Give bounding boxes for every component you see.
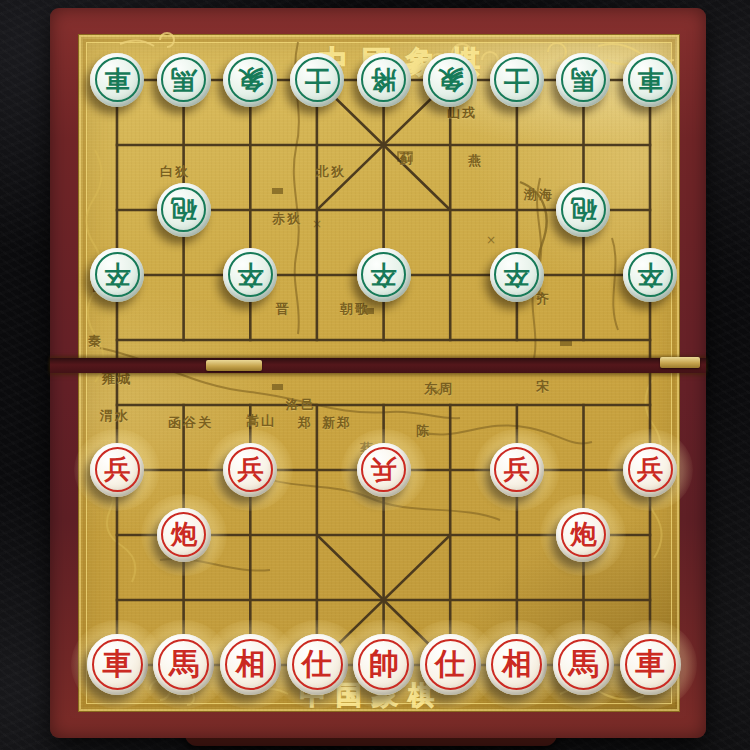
piece-face: 士 <box>494 57 539 102</box>
piece-red-相[interactable]: 相 <box>486 634 547 695</box>
piece-green-車[interactable]: 車 <box>623 53 677 107</box>
piece-face: 象 <box>228 57 273 102</box>
piece-glyph: 車 <box>104 68 130 94</box>
piece-red-炮[interactable]: 炮 <box>157 508 211 562</box>
piece-green-士[interactable]: 士 <box>490 53 544 107</box>
piece-glyph: 馬 <box>169 649 199 679</box>
piece-face: 炮 <box>561 512 606 557</box>
piece-face: 炮 <box>161 512 206 557</box>
piece-glyph: 士 <box>304 68 330 94</box>
piece-red-仕[interactable]: 仕 <box>287 634 348 695</box>
piece-red-仕[interactable]: 仕 <box>420 634 481 695</box>
piece-glyph: 仕 <box>302 649 332 679</box>
piece-face: 將 <box>361 57 406 102</box>
piece-face: 車 <box>625 639 676 690</box>
piece-glyph: 相 <box>502 649 532 679</box>
piece-glyph: 炮 <box>171 521 197 547</box>
piece-red-兵[interactable]: 兵 <box>357 443 411 497</box>
piece-face: 車 <box>95 57 140 102</box>
piece-glyph: 帥 <box>369 649 399 679</box>
piece-red-兵[interactable]: 兵 <box>223 443 277 497</box>
piece-face: 馬 <box>558 639 609 690</box>
piece-glyph: 卒 <box>371 263 397 289</box>
piece-face: 卒 <box>494 252 539 297</box>
piece-red-炮[interactable]: 炮 <box>556 508 610 562</box>
piece-face: 象 <box>428 57 473 102</box>
piece-face: 卒 <box>95 252 140 297</box>
piece-glyph: 卒 <box>104 263 130 289</box>
piece-glyph: 士 <box>504 68 530 94</box>
piece-face: 帥 <box>358 639 409 690</box>
piece-glyph: 兵 <box>637 456 663 482</box>
piece-red-兵[interactable]: 兵 <box>90 443 144 497</box>
piece-green-車[interactable]: 車 <box>90 53 144 107</box>
piece-green-馬[interactable]: 馬 <box>157 53 211 107</box>
piece-face: 兵 <box>628 447 673 492</box>
piece-green-卒[interactable]: 卒 <box>357 248 411 302</box>
piece-red-車[interactable]: 車 <box>620 634 681 695</box>
piece-red-馬[interactable]: 馬 <box>153 634 214 695</box>
piece-face: 馬 <box>158 639 209 690</box>
piece-glyph: 兵 <box>371 458 397 484</box>
piece-green-馬[interactable]: 馬 <box>556 53 610 107</box>
piece-glyph: 兵 <box>104 456 130 482</box>
piece-glyph: 砲 <box>570 198 596 224</box>
piece-glyph: 砲 <box>171 198 197 224</box>
piece-face: 仕 <box>292 639 343 690</box>
piece-face: 卒 <box>628 252 673 297</box>
piece-glyph: 馬 <box>570 68 596 94</box>
piece-glyph: 兵 <box>237 456 263 482</box>
piece-face: 兵 <box>95 447 140 492</box>
piece-glyph: 馬 <box>568 649 598 679</box>
piece-glyph: 兵 <box>504 456 530 482</box>
piece-face: 砲 <box>561 187 606 232</box>
piece-red-兵[interactable]: 兵 <box>490 443 544 497</box>
piece-face: 兵 <box>228 447 273 492</box>
piece-glyph: 車 <box>102 649 132 679</box>
piece-glyph: 卒 <box>504 263 530 289</box>
piece-red-車[interactable]: 車 <box>87 634 148 695</box>
piece-glyph: 仕 <box>435 649 465 679</box>
piece-face: 砲 <box>161 187 206 232</box>
piece-face: 馬 <box>561 57 606 102</box>
piece-face: 卒 <box>361 252 406 297</box>
piece-red-相[interactable]: 相 <box>220 634 281 695</box>
piece-glyph: 將 <box>371 68 397 94</box>
piece-glyph: 卒 <box>637 263 663 289</box>
piece-face: 車 <box>92 639 143 690</box>
piece-glyph: 象 <box>437 68 463 94</box>
piece-face: 仕 <box>425 639 476 690</box>
piece-green-砲[interactable]: 砲 <box>157 183 211 237</box>
piece-glyph: 卒 <box>237 263 263 289</box>
piece-face: 兵 <box>494 447 539 492</box>
piece-glyph: 車 <box>635 649 665 679</box>
piece-face: 相 <box>491 639 542 690</box>
piece-face: 兵 <box>361 447 406 492</box>
piece-face: 車 <box>628 57 673 102</box>
piece-green-象[interactable]: 象 <box>223 53 277 107</box>
piece-green-卒[interactable]: 卒 <box>490 248 544 302</box>
piece-red-馬[interactable]: 馬 <box>553 634 614 695</box>
piece-face: 卒 <box>228 252 273 297</box>
piece-green-卒[interactable]: 卒 <box>223 248 277 302</box>
piece-glyph: 馬 <box>171 68 197 94</box>
piece-red-兵[interactable]: 兵 <box>623 443 677 497</box>
piece-glyph: 車 <box>637 68 663 94</box>
piece-green-將[interactable]: 將 <box>357 53 411 107</box>
piece-face: 士 <box>295 57 340 102</box>
piece-glyph: 相 <box>235 649 265 679</box>
piece-red-帥[interactable]: 帥 <box>353 634 414 695</box>
piece-green-卒[interactable]: 卒 <box>623 248 677 302</box>
piece-glyph: 象 <box>237 68 263 94</box>
piece-glyph: 炮 <box>570 521 596 547</box>
piece-face: 相 <box>225 639 276 690</box>
piece-grid: 車馬象士將象士馬車砲砲卒卒卒卒卒兵兵兵兵兵炮炮車馬相仕帥仕相馬車 <box>84 47 684 697</box>
piece-green-卒[interactable]: 卒 <box>90 248 144 302</box>
piece-green-砲[interactable]: 砲 <box>556 183 610 237</box>
piece-green-士[interactable]: 士 <box>290 53 344 107</box>
piece-green-象[interactable]: 象 <box>423 53 477 107</box>
piece-face: 馬 <box>161 57 206 102</box>
